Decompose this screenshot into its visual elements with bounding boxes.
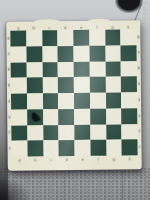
square-f2[interactable] [90,124,106,140]
chess-board: abcdefgh abcdefgh 87654321 87654321 ♞ [6,20,142,170]
coord-label: 3 [137,108,141,124]
handwriting-mark: · [139,21,148,27]
square-b7[interactable] [26,46,42,62]
square-e1[interactable] [74,140,90,156]
black-knight-piece[interactable]: ♞ [28,109,43,125]
square-h7[interactable] [121,45,137,61]
square-h6[interactable] [121,61,137,77]
square-d2[interactable] [59,124,75,140]
square-g5[interactable] [105,77,121,93]
square-b6[interactable] [26,62,42,78]
square-c1[interactable] [43,140,59,156]
square-e8[interactable] [73,30,89,46]
square-b5[interactable] [27,78,43,94]
square-h2[interactable] [122,124,138,140]
coord-label: 8 [136,29,140,45]
square-a8[interactable] [10,30,26,46]
coord-label: e [75,157,91,163]
square-b1[interactable] [27,141,43,157]
square-h5[interactable] [121,77,137,93]
square-a5[interactable] [11,78,27,94]
square-d1[interactable] [59,140,75,156]
coord-label: 5 [137,77,141,93]
square-h4[interactable] [121,92,137,108]
square-e6[interactable] [74,61,90,77]
square-d5[interactable] [58,77,74,93]
square-f5[interactable] [90,77,106,93]
square-d8[interactable] [58,30,74,46]
square-g3[interactable] [106,108,122,124]
square-e3[interactable] [74,109,90,125]
square-d7[interactable] [58,46,74,62]
square-g1[interactable] [106,140,122,156]
coord-label: c [43,157,59,163]
coord-label: 6 [137,61,141,77]
square-a3[interactable] [11,109,27,125]
file-labels-bottom: abcdefgh [12,156,138,163]
square-f3[interactable] [90,108,106,124]
square-c5[interactable] [42,77,58,93]
square-g4[interactable] [105,93,121,109]
square-c6[interactable] [42,62,58,78]
board-grid: ♞ [10,29,137,156]
square-f7[interactable] [89,45,105,61]
coord-label: 1 [137,140,141,156]
square-b4[interactable] [27,93,43,109]
square-b8[interactable] [26,30,42,46]
coord-label: a [12,157,28,163]
square-a1[interactable] [11,141,27,157]
square-h8[interactable] [121,29,137,45]
square-c8[interactable] [42,30,58,46]
coord-label: h [122,156,138,162]
square-e5[interactable] [74,77,90,93]
square-a4[interactable] [11,93,27,109]
square-g2[interactable] [106,124,122,140]
coord-label: f [90,157,106,163]
square-h1[interactable] [122,140,138,156]
square-c7[interactable] [42,46,58,62]
square-e4[interactable] [74,93,90,109]
square-f8[interactable] [89,30,105,46]
square-b2[interactable] [27,125,43,141]
coord-label: 2 [137,124,141,140]
square-d4[interactable] [58,93,74,109]
square-a2[interactable] [11,125,27,141]
square-a7[interactable] [10,46,26,62]
square-f6[interactable] [89,61,105,77]
square-h3[interactable] [121,108,137,124]
square-a6[interactable] [11,62,27,78]
floor-tile-seam [64,176,65,200]
square-g8[interactable] [105,30,121,46]
coord-label: b [27,157,43,163]
floor-tile-seam [122,172,123,200]
square-f1[interactable] [90,140,106,156]
coord-label: g [106,157,122,163]
coord-label: 7 [136,45,140,61]
square-g6[interactable] [105,61,121,77]
square-e2[interactable] [74,124,90,140]
floor-dark-corner [0,178,30,200]
square-e7[interactable] [73,46,89,62]
coord-label: d [59,157,75,163]
square-c2[interactable] [43,125,59,141]
square-c4[interactable] [42,93,58,109]
square-d3[interactable] [58,109,74,125]
coord-label: 4 [137,92,141,108]
square-d6[interactable] [58,62,74,78]
square-c3[interactable] [43,109,59,125]
square-g7[interactable] [105,45,121,61]
photo-scene: ·'∶,·.∶· abcdefgh abcdefgh 87654321 8765… [0,0,150,200]
square-b3[interactable]: ♞ [27,109,43,125]
square-f4[interactable] [90,93,106,109]
